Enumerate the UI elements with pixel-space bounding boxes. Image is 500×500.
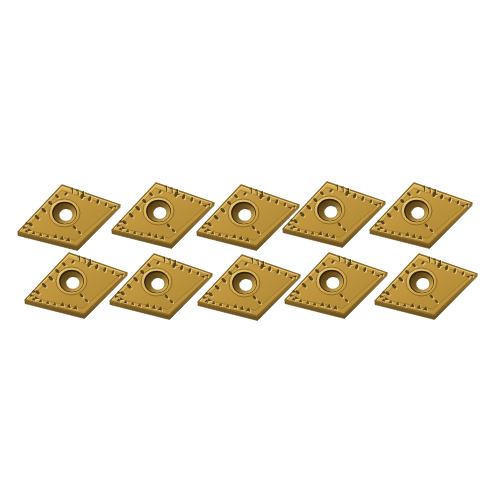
carbide-insert-bottom-row-5 (374, 253, 480, 323)
insert-graphic (369, 182, 475, 252)
insert-graphic (374, 253, 480, 323)
carbide-insert-top-row-5 (369, 182, 475, 252)
product-photo (0, 0, 500, 500)
carbide-insert-top-row-1 (17, 184, 123, 254)
insert-graphic (17, 184, 123, 254)
inserts-layer (0, 0, 500, 500)
